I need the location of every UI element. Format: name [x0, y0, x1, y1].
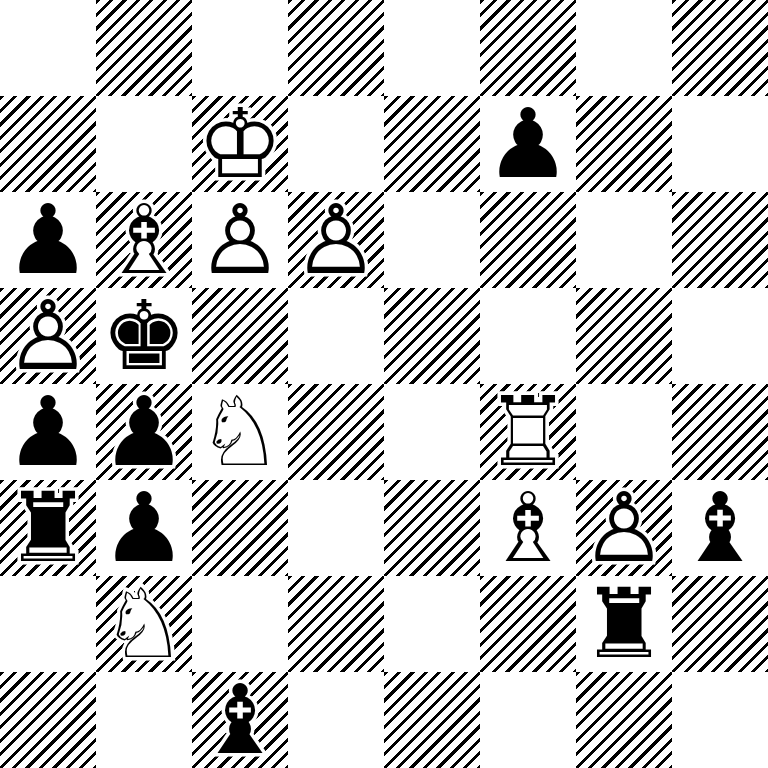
square-c3[interactable] — [192, 480, 288, 576]
square-a3[interactable]: ♜♜ — [0, 480, 96, 576]
square-d5[interactable] — [288, 288, 384, 384]
square-e1[interactable] — [384, 672, 480, 768]
square-f1[interactable] — [480, 672, 576, 768]
square-e2[interactable] — [384, 576, 480, 672]
square-d3[interactable] — [288, 480, 384, 576]
piece-black-pawn[interactable]: ♟♟ — [0, 384, 96, 480]
piece-glyph: ♝ — [197, 672, 283, 768]
piece-white-rook[interactable]: ♜♖ — [480, 384, 576, 480]
square-b1[interactable] — [96, 672, 192, 768]
square-c4[interactable]: ♞♘ — [192, 384, 288, 480]
square-a2[interactable] — [0, 576, 96, 672]
square-c6[interactable]: ♟♙ — [192, 192, 288, 288]
piece-white-bishop[interactable]: ♝♗ — [480, 480, 576, 576]
square-a5[interactable]: ♟♙ — [0, 288, 96, 384]
square-g2[interactable]: ♜♜ — [576, 576, 672, 672]
square-e3[interactable] — [384, 480, 480, 576]
square-f5[interactable] — [480, 288, 576, 384]
piece-white-pawn[interactable]: ♟♙ — [576, 480, 672, 576]
piece-black-king[interactable]: ♚♚ — [96, 288, 192, 384]
square-b4[interactable]: ♟♟ — [96, 384, 192, 480]
square-e5[interactable] — [384, 288, 480, 384]
piece-glyph: ♟ — [5, 192, 91, 288]
piece-glyph: ♙ — [581, 480, 667, 576]
piece-black-rook[interactable]: ♜♜ — [576, 576, 672, 672]
square-f3[interactable]: ♝♗ — [480, 480, 576, 576]
square-b6[interactable]: ♝♗ — [96, 192, 192, 288]
piece-white-pawn[interactable]: ♟♙ — [0, 288, 96, 384]
piece-black-bishop[interactable]: ♝♝ — [672, 480, 768, 576]
square-d4[interactable] — [288, 384, 384, 480]
piece-glyph: ♘ — [197, 384, 283, 480]
square-c2[interactable] — [192, 576, 288, 672]
piece-glyph: ♟ — [5, 384, 91, 480]
square-h5[interactable] — [672, 288, 768, 384]
square-d8[interactable] — [288, 0, 384, 96]
square-f4[interactable]: ♜♖ — [480, 384, 576, 480]
piece-glyph: ♘ — [101, 576, 187, 672]
piece-black-rook[interactable]: ♜♜ — [0, 480, 96, 576]
square-f7[interactable]: ♟♟ — [480, 96, 576, 192]
square-c7[interactable]: ♚♔ — [192, 96, 288, 192]
piece-black-bishop[interactable]: ♝♝ — [192, 672, 288, 768]
square-c5[interactable] — [192, 288, 288, 384]
piece-glyph: ♗ — [485, 480, 571, 576]
piece-white-knight[interactable]: ♞♘ — [192, 384, 288, 480]
square-h3[interactable]: ♝♝ — [672, 480, 768, 576]
piece-glyph: ♔ — [197, 96, 283, 192]
square-d1[interactable] — [288, 672, 384, 768]
piece-white-bishop[interactable]: ♝♗ — [96, 192, 192, 288]
square-e7[interactable] — [384, 96, 480, 192]
piece-glyph: ♟ — [101, 480, 187, 576]
square-a4[interactable]: ♟♟ — [0, 384, 96, 480]
square-f6[interactable] — [480, 192, 576, 288]
square-g1[interactable] — [576, 672, 672, 768]
piece-white-pawn[interactable]: ♟♙ — [192, 192, 288, 288]
piece-glyph: ♜ — [581, 576, 667, 672]
square-e8[interactable] — [384, 0, 480, 96]
square-g4[interactable] — [576, 384, 672, 480]
square-b8[interactable] — [96, 0, 192, 96]
square-d6[interactable]: ♟♙ — [288, 192, 384, 288]
piece-glyph: ♗ — [101, 192, 187, 288]
square-b5[interactable]: ♚♚ — [96, 288, 192, 384]
square-f2[interactable] — [480, 576, 576, 672]
piece-glyph: ♙ — [197, 192, 283, 288]
square-h2[interactable] — [672, 576, 768, 672]
square-g8[interactable] — [576, 0, 672, 96]
square-a7[interactable] — [0, 96, 96, 192]
piece-glyph: ♖ — [485, 384, 571, 480]
piece-glyph: ♙ — [5, 288, 91, 384]
piece-black-pawn[interactable]: ♟♟ — [480, 96, 576, 192]
piece-black-pawn[interactable]: ♟♟ — [96, 480, 192, 576]
square-e6[interactable] — [384, 192, 480, 288]
square-a1[interactable] — [0, 672, 96, 768]
chess-board: ♚♔♟♟♟♟♝♗♟♙♟♙♟♙♚♚♟♟♟♟♞♘♜♖♜♜♟♟♝♗♟♙♝♝♞♘♜♜♝♝ — [0, 0, 768, 768]
piece-black-pawn[interactable]: ♟♟ — [96, 384, 192, 480]
piece-glyph: ♟ — [101, 384, 187, 480]
piece-white-pawn[interactable]: ♟♙ — [288, 192, 384, 288]
square-b2[interactable]: ♞♘ — [96, 576, 192, 672]
square-c8[interactable] — [192, 0, 288, 96]
square-a8[interactable] — [0, 0, 96, 96]
square-d7[interactable] — [288, 96, 384, 192]
square-g5[interactable] — [576, 288, 672, 384]
piece-black-pawn[interactable]: ♟♟ — [0, 192, 96, 288]
piece-white-king[interactable]: ♚♔ — [192, 96, 288, 192]
piece-glyph: ♙ — [293, 192, 379, 288]
square-c1[interactable]: ♝♝ — [192, 672, 288, 768]
square-b7[interactable] — [96, 96, 192, 192]
square-a6[interactable]: ♟♟ — [0, 192, 96, 288]
square-g7[interactable] — [576, 96, 672, 192]
square-h7[interactable] — [672, 96, 768, 192]
square-b3[interactable]: ♟♟ — [96, 480, 192, 576]
square-h1[interactable] — [672, 672, 768, 768]
square-h8[interactable] — [672, 0, 768, 96]
square-e4[interactable] — [384, 384, 480, 480]
piece-glyph: ♜ — [5, 480, 91, 576]
piece-white-knight[interactable]: ♞♘ — [96, 576, 192, 672]
square-g6[interactable] — [576, 192, 672, 288]
square-h4[interactable] — [672, 384, 768, 480]
square-f8[interactable] — [480, 0, 576, 96]
piece-glyph: ♝ — [677, 480, 763, 576]
piece-glyph: ♚ — [101, 288, 187, 384]
square-h6[interactable] — [672, 192, 768, 288]
piece-glyph: ♟ — [485, 96, 571, 192]
square-g3[interactable]: ♟♙ — [576, 480, 672, 576]
square-d2[interactable] — [288, 576, 384, 672]
